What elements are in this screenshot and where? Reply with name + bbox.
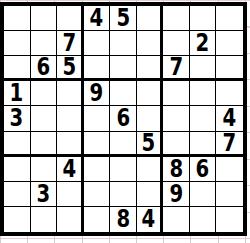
given-digit: 6 [116, 106, 130, 130]
cell-r9c8[interactable] [190, 207, 217, 232]
given-digit: 4 [90, 6, 104, 30]
cell-r3c1[interactable] [4, 56, 31, 81]
cell-r8c8[interactable] [190, 182, 217, 207]
cell-r3c3[interactable]: 5 [57, 56, 84, 81]
cell-r5c1[interactable]: 3 [4, 106, 31, 131]
cell-r7c9[interactable] [216, 157, 243, 182]
cell-r8c2[interactable]: 3 [31, 182, 58, 207]
cell-r8c7[interactable]: 9 [163, 182, 190, 207]
cell-r1c7[interactable] [163, 6, 190, 31]
given-digit: 4 [142, 207, 156, 231]
cell-r1c9[interactable] [216, 6, 243, 31]
given-digit: 4 [62, 157, 76, 181]
cell-r4c1[interactable]: 1 [4, 81, 31, 106]
cell-r7c2[interactable] [31, 157, 58, 182]
cell-r8c4[interactable] [84, 182, 111, 207]
given-digit: 7 [223, 132, 237, 155]
given-digit: 1 [10, 81, 24, 105]
given-digit: 5 [62, 56, 76, 79]
given-digit: 6 [196, 157, 210, 181]
given-digit: 7 [169, 56, 183, 79]
cell-r2c6[interactable] [137, 31, 164, 56]
cell-r8c5[interactable] [110, 182, 137, 207]
cell-r9c5[interactable]: 8 [110, 207, 137, 232]
cell-r5c6[interactable] [137, 106, 164, 131]
given-digit: 5 [142, 132, 156, 155]
cell-r7c6[interactable] [137, 157, 164, 182]
cell-r9c7[interactable] [163, 207, 190, 232]
cell-r9c2[interactable] [31, 207, 58, 232]
given-digit: 9 [169, 182, 183, 206]
cell-r9c9[interactable] [216, 207, 243, 232]
given-digit: 5 [116, 6, 130, 30]
cell-r2c5[interactable] [110, 31, 137, 56]
cell-r5c2[interactable] [31, 106, 58, 131]
cell-r3c9[interactable] [216, 56, 243, 81]
cell-r2c1[interactable] [4, 31, 31, 56]
cell-r1c6[interactable] [137, 6, 164, 31]
sudoku-board: 457265719364574863984 [0, 2, 247, 236]
cell-r6c5[interactable] [110, 132, 137, 157]
cell-r2c2[interactable] [31, 31, 58, 56]
cell-r9c3[interactable] [57, 207, 84, 232]
given-digit: 7 [62, 31, 76, 55]
given-digit: 9 [90, 81, 104, 105]
cell-r6c7[interactable] [163, 132, 190, 157]
cell-r5c3[interactable] [57, 106, 84, 131]
cell-r8c1[interactable] [4, 182, 31, 207]
cell-r4c3[interactable] [57, 81, 84, 106]
cell-r6c9[interactable]: 7 [216, 132, 243, 157]
cell-r1c5[interactable]: 5 [110, 6, 137, 31]
cell-r8c6[interactable] [137, 182, 164, 207]
cell-r3c2[interactable]: 6 [31, 56, 58, 81]
cell-r4c4[interactable]: 9 [84, 81, 111, 106]
cell-r8c3[interactable] [57, 182, 84, 207]
cell-r5c7[interactable] [163, 106, 190, 131]
given-digit: 8 [169, 157, 183, 181]
cell-r7c5[interactable] [110, 157, 137, 182]
cell-r3c4[interactable] [84, 56, 111, 81]
cell-r4c7[interactable] [163, 81, 190, 106]
cell-r7c8[interactable]: 6 [190, 157, 217, 182]
cell-r2c9[interactable] [216, 31, 243, 56]
sudoku-screenshot: 457265719364574863984 [0, 0, 250, 243]
cell-r4c5[interactable] [110, 81, 137, 106]
cell-r9c6[interactable]: 4 [137, 207, 164, 232]
cell-r3c6[interactable] [137, 56, 164, 81]
cell-r6c3[interactable] [57, 132, 84, 157]
cell-r2c8[interactable]: 2 [190, 31, 217, 56]
cell-r1c4[interactable]: 4 [84, 6, 111, 31]
cell-r4c6[interactable] [137, 81, 164, 106]
cell-r6c8[interactable] [190, 132, 217, 157]
cell-r7c7[interactable]: 8 [163, 157, 190, 182]
cell-r3c5[interactable] [110, 56, 137, 81]
cell-r6c4[interactable] [84, 132, 111, 157]
cell-r7c3[interactable]: 4 [57, 157, 84, 182]
cell-r1c1[interactable] [4, 6, 31, 31]
given-digit: 6 [36, 56, 50, 79]
cell-r4c8[interactable] [190, 81, 217, 106]
cell-r4c2[interactable] [31, 81, 58, 106]
cell-r9c1[interactable] [4, 207, 31, 232]
cell-r1c3[interactable] [57, 6, 84, 31]
cell-r5c9[interactable]: 4 [216, 106, 243, 131]
given-digit: 3 [36, 182, 50, 206]
cell-r4c9[interactable] [216, 81, 243, 106]
cell-r2c7[interactable] [163, 31, 190, 56]
cell-r2c3[interactable]: 7 [57, 31, 84, 56]
given-digit: 4 [223, 106, 237, 130]
cell-r1c2[interactable] [31, 6, 58, 31]
cell-r7c4[interactable] [84, 157, 111, 182]
given-digit: 3 [10, 106, 24, 130]
cell-r3c8[interactable] [190, 56, 217, 81]
given-digit: 2 [196, 31, 210, 55]
cell-r2c4[interactable] [84, 31, 111, 56]
cell-r6c6[interactable]: 5 [137, 132, 164, 157]
cell-r9c4[interactable] [84, 207, 111, 232]
cell-r6c1[interactable] [4, 132, 31, 157]
cell-r5c5[interactable]: 6 [110, 106, 137, 131]
cell-r5c8[interactable] [190, 106, 217, 131]
cell-r5c4[interactable] [84, 106, 111, 131]
cell-r7c1[interactable] [4, 157, 31, 182]
given-digit: 8 [116, 207, 130, 231]
cell-r6c2[interactable] [31, 132, 58, 157]
cell-r1c8[interactable] [190, 6, 217, 31]
cell-r8c9[interactable] [216, 182, 243, 207]
cell-r3c7[interactable]: 7 [163, 56, 190, 81]
